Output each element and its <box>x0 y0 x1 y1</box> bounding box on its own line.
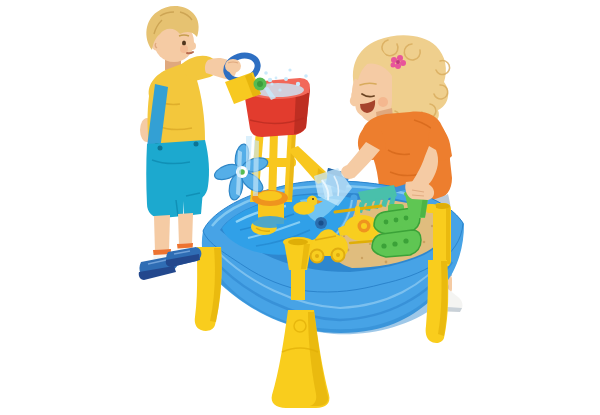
boy-leg-right <box>178 213 193 246</box>
boy-nose <box>188 42 196 50</box>
watering-can <box>223 52 282 104</box>
play-table <box>195 181 464 408</box>
boy-eye <box>182 40 186 45</box>
girl-cheek-blush <box>378 97 388 107</box>
drain-plug-hole <box>318 220 323 225</box>
boy-sandal-right <box>166 247 202 267</box>
boy-leg-left <box>154 215 170 253</box>
boy-head <box>146 6 198 62</box>
product-photo-water-table <box>0 0 600 415</box>
table-leg-right <box>426 260 449 343</box>
boy-shorts <box>146 140 209 218</box>
boy-hand <box>225 59 241 73</box>
boy-cheek <box>180 45 188 53</box>
